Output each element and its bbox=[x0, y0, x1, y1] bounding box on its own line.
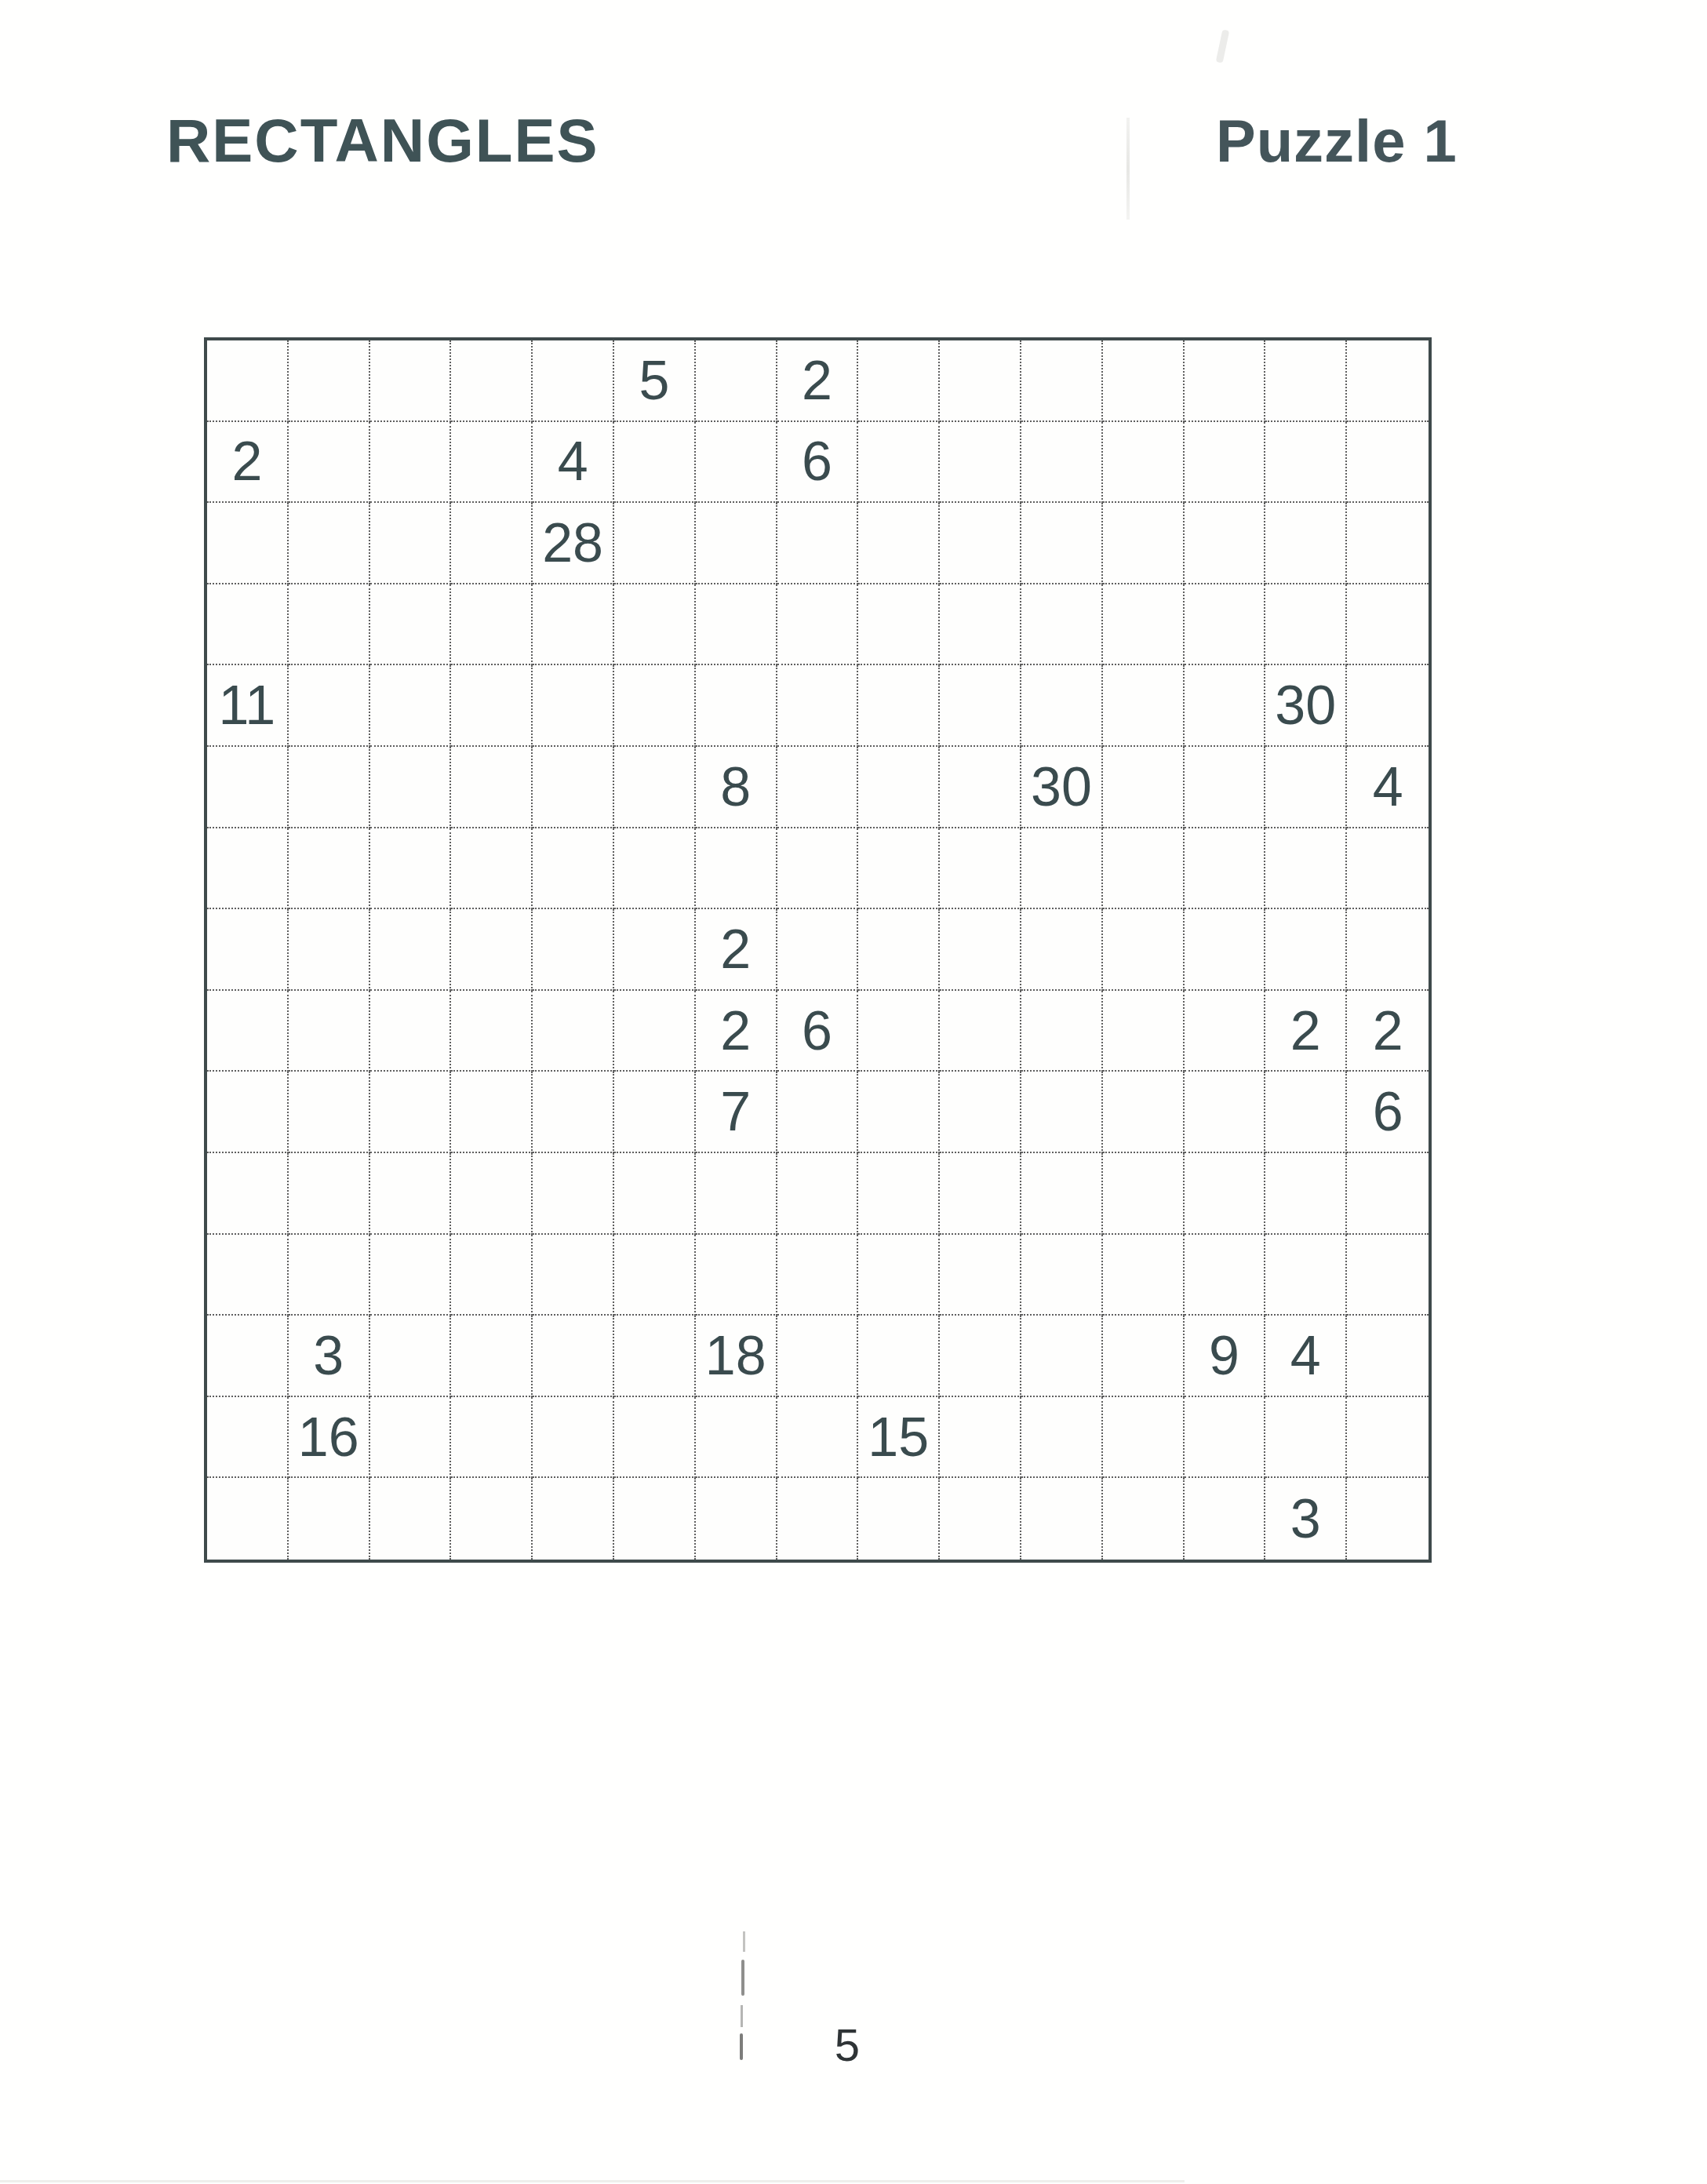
clue-number: 2 bbox=[720, 1003, 751, 1058]
cell-r11c15[interactable] bbox=[1347, 1153, 1429, 1235]
cell-r2c11[interactable] bbox=[1021, 422, 1103, 504]
cell-r14c9[interactable]: 15 bbox=[858, 1397, 940, 1479]
scan-artifact-dash bbox=[743, 1931, 745, 1952]
cell-r6c8[interactable] bbox=[777, 747, 859, 828]
cell-r4c8[interactable] bbox=[777, 584, 859, 666]
cell-r4c1[interactable] bbox=[207, 584, 289, 666]
cell-r13c2[interactable]: 3 bbox=[289, 1316, 370, 1397]
scan-artifact-dash bbox=[741, 1960, 744, 1996]
cell-r5c9[interactable] bbox=[858, 665, 940, 747]
cell-r15c12[interactable] bbox=[1103, 1478, 1185, 1560]
cell-r3c15[interactable] bbox=[1347, 503, 1429, 584]
cell-r1c5[interactable] bbox=[533, 340, 614, 422]
cell-r10c8[interactable] bbox=[777, 1072, 859, 1153]
cell-r7c1[interactable] bbox=[207, 828, 289, 910]
cell-r4c15[interactable] bbox=[1347, 584, 1429, 666]
clue-number: 2 bbox=[720, 922, 751, 977]
cell-r10c14[interactable] bbox=[1265, 1072, 1347, 1153]
cell-r9c9[interactable] bbox=[858, 991, 940, 1072]
cell-r15c3[interactable] bbox=[370, 1478, 452, 1560]
cell-r14c11[interactable] bbox=[1021, 1397, 1103, 1479]
clue-number: 2 bbox=[1373, 1003, 1403, 1058]
clue-number: 3 bbox=[313, 1328, 344, 1383]
cell-r12c10[interactable] bbox=[940, 1235, 1021, 1316]
cell-r9c8[interactable]: 6 bbox=[777, 991, 859, 1072]
cell-r1c7[interactable] bbox=[696, 340, 777, 422]
cell-r3c12[interactable] bbox=[1103, 503, 1185, 584]
cell-r3c5[interactable]: 28 bbox=[533, 503, 614, 584]
cell-r13c6[interactable] bbox=[614, 1316, 696, 1397]
cell-r3c6[interactable] bbox=[614, 503, 696, 584]
cell-r9c6[interactable] bbox=[614, 991, 696, 1072]
cell-r1c1[interactable] bbox=[207, 340, 289, 422]
clue-number: 3 bbox=[1290, 1491, 1321, 1546]
cell-r15c8[interactable] bbox=[777, 1478, 859, 1560]
clue-number: 9 bbox=[1209, 1328, 1239, 1383]
cell-r11c3[interactable] bbox=[370, 1153, 452, 1235]
cell-r4c5[interactable] bbox=[533, 584, 614, 666]
cell-r11c4[interactable] bbox=[451, 1153, 533, 1235]
cell-r14c14[interactable] bbox=[1265, 1397, 1347, 1479]
cell-r15c9[interactable] bbox=[858, 1478, 940, 1560]
cell-r9c2[interactable] bbox=[289, 991, 370, 1072]
cell-r13c7[interactable]: 18 bbox=[696, 1316, 777, 1397]
cell-r4c11[interactable] bbox=[1021, 584, 1103, 666]
cell-r3c3[interactable] bbox=[370, 503, 452, 584]
clue-number: 2 bbox=[802, 353, 832, 408]
cell-r13c15[interactable] bbox=[1347, 1316, 1429, 1397]
cell-r3c2[interactable] bbox=[289, 503, 370, 584]
cell-r11c7[interactable] bbox=[696, 1153, 777, 1235]
cell-r4c3[interactable] bbox=[370, 584, 452, 666]
cell-r15c2[interactable] bbox=[289, 1478, 370, 1560]
cell-r11c5[interactable] bbox=[533, 1153, 614, 1235]
cell-r3c14[interactable] bbox=[1265, 503, 1347, 584]
cell-r10c11[interactable] bbox=[1021, 1072, 1103, 1153]
cell-r7c8[interactable] bbox=[777, 828, 859, 910]
cell-r13c9[interactable] bbox=[858, 1316, 940, 1397]
cell-r13c12[interactable] bbox=[1103, 1316, 1185, 1397]
cell-r2c6[interactable] bbox=[614, 422, 696, 504]
clue-number: 30 bbox=[1031, 759, 1092, 814]
clue-number: 2 bbox=[231, 434, 262, 489]
cell-r13c14[interactable]: 4 bbox=[1265, 1316, 1347, 1397]
cell-r12c13[interactable] bbox=[1185, 1235, 1266, 1316]
clue-number: 4 bbox=[1373, 759, 1403, 814]
cell-r5c12[interactable] bbox=[1103, 665, 1185, 747]
cell-r10c12[interactable] bbox=[1103, 1072, 1185, 1153]
cell-r2c9[interactable] bbox=[858, 422, 940, 504]
clue-number: 6 bbox=[802, 434, 832, 489]
cell-r5c7[interactable] bbox=[696, 665, 777, 747]
cell-r6c3[interactable] bbox=[370, 747, 452, 828]
cell-r6c11[interactable]: 30 bbox=[1021, 747, 1103, 828]
cell-r14c15[interactable] bbox=[1347, 1397, 1429, 1479]
cell-r7c3[interactable] bbox=[370, 828, 452, 910]
cell-r10c13[interactable] bbox=[1185, 1072, 1266, 1153]
cell-r9c4[interactable] bbox=[451, 991, 533, 1072]
cell-r15c14[interactable]: 3 bbox=[1265, 1478, 1347, 1560]
cell-r7c14[interactable] bbox=[1265, 828, 1347, 910]
cell-r8c2[interactable] bbox=[289, 909, 370, 991]
cell-r6c14[interactable] bbox=[1265, 747, 1347, 828]
clue-number: 6 bbox=[1373, 1084, 1403, 1139]
cell-r15c15[interactable] bbox=[1347, 1478, 1429, 1560]
cell-r12c3[interactable] bbox=[370, 1235, 452, 1316]
cell-r8c11[interactable] bbox=[1021, 909, 1103, 991]
cell-r11c9[interactable] bbox=[858, 1153, 940, 1235]
page-title: RECTANGLES bbox=[166, 110, 599, 171]
cell-r12c11[interactable] bbox=[1021, 1235, 1103, 1316]
cell-r1c11[interactable] bbox=[1021, 340, 1103, 422]
scan-artifact-smudge bbox=[1216, 30, 1230, 64]
cell-r4c12[interactable] bbox=[1103, 584, 1185, 666]
cell-r12c15[interactable] bbox=[1347, 1235, 1429, 1316]
scan-artifact-fold-line bbox=[1126, 118, 1130, 220]
cell-r6c1[interactable] bbox=[207, 747, 289, 828]
page-number: 5 bbox=[0, 2022, 1694, 2068]
cell-r2c8[interactable]: 6 bbox=[777, 422, 859, 504]
scan-artifact-page-edge bbox=[0, 2180, 1185, 2182]
cell-r10c2[interactable] bbox=[289, 1072, 370, 1153]
cell-r4c6[interactable] bbox=[614, 584, 696, 666]
cell-r15c5[interactable] bbox=[533, 1478, 614, 1560]
cell-r12c6[interactable] bbox=[614, 1235, 696, 1316]
cell-r1c13[interactable] bbox=[1185, 340, 1266, 422]
cell-r1c3[interactable] bbox=[370, 340, 452, 422]
cell-r5c14[interactable]: 30 bbox=[1265, 665, 1347, 747]
cell-r5c1[interactable]: 11 bbox=[207, 665, 289, 747]
cell-r6c2[interactable] bbox=[289, 747, 370, 828]
cell-r10c7[interactable]: 7 bbox=[696, 1072, 777, 1153]
cell-r11c1[interactable] bbox=[207, 1153, 289, 1235]
cell-r8c13[interactable] bbox=[1185, 909, 1266, 991]
cell-r2c4[interactable] bbox=[451, 422, 533, 504]
cell-r6c12[interactable] bbox=[1103, 747, 1185, 828]
cell-r4c10[interactable] bbox=[940, 584, 1021, 666]
cell-r5c8[interactable] bbox=[777, 665, 859, 747]
cell-r7c4[interactable] bbox=[451, 828, 533, 910]
cell-r9c12[interactable] bbox=[1103, 991, 1185, 1072]
cell-r6c13[interactable] bbox=[1185, 747, 1266, 828]
cell-r12c12[interactable] bbox=[1103, 1235, 1185, 1316]
cell-r15c7[interactable] bbox=[696, 1478, 777, 1560]
cell-r8c15[interactable] bbox=[1347, 909, 1429, 991]
cell-r14c6[interactable] bbox=[614, 1397, 696, 1479]
cell-r13c1[interactable] bbox=[207, 1316, 289, 1397]
cell-r2c15[interactable] bbox=[1347, 422, 1429, 504]
cell-r9c3[interactable] bbox=[370, 991, 452, 1072]
cell-r10c3[interactable] bbox=[370, 1072, 452, 1153]
cell-r12c14[interactable] bbox=[1265, 1235, 1347, 1316]
cell-r10c4[interactable] bbox=[451, 1072, 533, 1153]
cell-r8c5[interactable] bbox=[533, 909, 614, 991]
cell-r7c7[interactable] bbox=[696, 828, 777, 910]
clue-number: 30 bbox=[1275, 678, 1336, 733]
cell-r11c2[interactable] bbox=[289, 1153, 370, 1235]
cell-r2c2[interactable] bbox=[289, 422, 370, 504]
cell-r14c7[interactable] bbox=[696, 1397, 777, 1479]
cell-r2c14[interactable] bbox=[1265, 422, 1347, 504]
cell-r8c9[interactable] bbox=[858, 909, 940, 991]
cell-r12c7[interactable] bbox=[696, 1235, 777, 1316]
cell-r1c10[interactable] bbox=[940, 340, 1021, 422]
cell-r3c13[interactable] bbox=[1185, 503, 1266, 584]
cell-r12c1[interactable] bbox=[207, 1235, 289, 1316]
cell-r3c11[interactable] bbox=[1021, 503, 1103, 584]
cell-r2c12[interactable] bbox=[1103, 422, 1185, 504]
clue-number: 16 bbox=[298, 1410, 359, 1465]
cell-r8c10[interactable] bbox=[940, 909, 1021, 991]
cell-r3c9[interactable] bbox=[858, 503, 940, 584]
cell-r3c8[interactable] bbox=[777, 503, 859, 584]
cell-r11c14[interactable] bbox=[1265, 1153, 1347, 1235]
cell-r15c10[interactable] bbox=[940, 1478, 1021, 1560]
cell-r10c10[interactable] bbox=[940, 1072, 1021, 1153]
cell-r5c15[interactable] bbox=[1347, 665, 1429, 747]
cell-r9c10[interactable] bbox=[940, 991, 1021, 1072]
cell-r10c1[interactable] bbox=[207, 1072, 289, 1153]
cell-r3c10[interactable] bbox=[940, 503, 1021, 584]
clue-number: 7 bbox=[720, 1084, 751, 1139]
cell-r2c7[interactable] bbox=[696, 422, 777, 504]
cell-r10c6[interactable] bbox=[614, 1072, 696, 1153]
cell-r1c2[interactable] bbox=[289, 340, 370, 422]
scanned-puzzle-page: RECTANGLES Puzzle 1 52246281130830422622… bbox=[0, 0, 1707, 2184]
cell-r15c11[interactable] bbox=[1021, 1478, 1103, 1560]
cell-r9c5[interactable] bbox=[533, 991, 614, 1072]
cell-r14c3[interactable] bbox=[370, 1397, 452, 1479]
clue-number: 11 bbox=[219, 678, 276, 733]
cell-r8c14[interactable] bbox=[1265, 909, 1347, 991]
cell-r1c15[interactable] bbox=[1347, 340, 1429, 422]
cell-r13c13[interactable]: 9 bbox=[1185, 1316, 1266, 1397]
clue-number: 28 bbox=[542, 515, 603, 570]
cell-r5c13[interactable] bbox=[1185, 665, 1266, 747]
cell-r11c10[interactable] bbox=[940, 1153, 1021, 1235]
cell-r14c10[interactable] bbox=[940, 1397, 1021, 1479]
cell-r13c3[interactable] bbox=[370, 1316, 452, 1397]
cell-r13c8[interactable] bbox=[777, 1316, 859, 1397]
cell-r11c13[interactable] bbox=[1185, 1153, 1266, 1235]
cell-r9c14[interactable]: 2 bbox=[1265, 991, 1347, 1072]
cell-r13c10[interactable] bbox=[940, 1316, 1021, 1397]
cell-r5c5[interactable] bbox=[533, 665, 614, 747]
cell-r15c4[interactable] bbox=[451, 1478, 533, 1560]
cell-r8c1[interactable] bbox=[207, 909, 289, 991]
cell-r5c4[interactable] bbox=[451, 665, 533, 747]
cell-r5c6[interactable] bbox=[614, 665, 696, 747]
cell-r8c6[interactable] bbox=[614, 909, 696, 991]
cell-r9c1[interactable] bbox=[207, 991, 289, 1072]
cell-r14c13[interactable] bbox=[1185, 1397, 1266, 1479]
cell-r9c7[interactable]: 2 bbox=[696, 991, 777, 1072]
cell-r2c3[interactable] bbox=[370, 422, 452, 504]
cell-r12c9[interactable] bbox=[858, 1235, 940, 1316]
cell-r3c7[interactable] bbox=[696, 503, 777, 584]
cell-r5c11[interactable] bbox=[1021, 665, 1103, 747]
cell-r14c12[interactable] bbox=[1103, 1397, 1185, 1479]
cell-r4c7[interactable] bbox=[696, 584, 777, 666]
cell-r15c6[interactable] bbox=[614, 1478, 696, 1560]
clue-number: 8 bbox=[720, 759, 751, 814]
cell-r1c4[interactable] bbox=[451, 340, 533, 422]
cell-r12c2[interactable] bbox=[289, 1235, 370, 1316]
clue-number: 2 bbox=[1290, 1003, 1321, 1058]
cell-r4c4[interactable] bbox=[451, 584, 533, 666]
cell-r9c15[interactable]: 2 bbox=[1347, 991, 1429, 1072]
cell-r6c7[interactable]: 8 bbox=[696, 747, 777, 828]
clue-number: 15 bbox=[868, 1410, 929, 1465]
cell-r7c12[interactable] bbox=[1103, 828, 1185, 910]
cell-r14c8[interactable] bbox=[777, 1397, 859, 1479]
cell-r8c4[interactable] bbox=[451, 909, 533, 991]
cell-r10c5[interactable] bbox=[533, 1072, 614, 1153]
cell-r14c2[interactable]: 16 bbox=[289, 1397, 370, 1479]
cell-r2c1[interactable]: 2 bbox=[207, 422, 289, 504]
cell-r4c2[interactable] bbox=[289, 584, 370, 666]
cell-r7c9[interactable] bbox=[858, 828, 940, 910]
cell-r8c8[interactable] bbox=[777, 909, 859, 991]
cell-r13c4[interactable] bbox=[451, 1316, 533, 1397]
cell-r6c5[interactable] bbox=[533, 747, 614, 828]
cell-r15c1[interactable] bbox=[207, 1478, 289, 1560]
cell-r4c14[interactable] bbox=[1265, 584, 1347, 666]
puzzle-number-label: Puzzle 1 bbox=[1216, 111, 1458, 171]
cell-r7c11[interactable] bbox=[1021, 828, 1103, 910]
cell-r5c2[interactable] bbox=[289, 665, 370, 747]
cell-r7c15[interactable] bbox=[1347, 828, 1429, 910]
cell-r6c4[interactable] bbox=[451, 747, 533, 828]
cell-r9c11[interactable] bbox=[1021, 991, 1103, 1072]
cell-r14c4[interactable] bbox=[451, 1397, 533, 1479]
clue-number: 4 bbox=[558, 434, 588, 489]
cell-r12c8[interactable] bbox=[777, 1235, 859, 1316]
cell-r3c1[interactable] bbox=[207, 503, 289, 584]
clue-number: 6 bbox=[802, 1003, 832, 1058]
cell-r1c14[interactable] bbox=[1265, 340, 1347, 422]
cell-r6c6[interactable] bbox=[614, 747, 696, 828]
cell-r13c5[interactable] bbox=[533, 1316, 614, 1397]
cell-r8c12[interactable] bbox=[1103, 909, 1185, 991]
cell-r14c5[interactable] bbox=[533, 1397, 614, 1479]
cell-r1c8[interactable]: 2 bbox=[777, 340, 859, 422]
cell-r1c9[interactable] bbox=[858, 340, 940, 422]
cell-r8c7[interactable]: 2 bbox=[696, 909, 777, 991]
cell-r2c10[interactable] bbox=[940, 422, 1021, 504]
cell-r7c2[interactable] bbox=[289, 828, 370, 910]
cell-r5c3[interactable] bbox=[370, 665, 452, 747]
cell-r11c6[interactable] bbox=[614, 1153, 696, 1235]
cell-r5c10[interactable] bbox=[940, 665, 1021, 747]
cell-r8c3[interactable] bbox=[370, 909, 452, 991]
cell-r6c15[interactable]: 4 bbox=[1347, 747, 1429, 828]
clue-number: 4 bbox=[1290, 1328, 1321, 1383]
cell-r6c10[interactable] bbox=[940, 747, 1021, 828]
cell-r7c6[interactable] bbox=[614, 828, 696, 910]
cell-r2c13[interactable] bbox=[1185, 422, 1266, 504]
cell-r11c12[interactable] bbox=[1103, 1153, 1185, 1235]
cell-r1c12[interactable] bbox=[1103, 340, 1185, 422]
clue-number: 18 bbox=[705, 1328, 766, 1383]
cell-r12c5[interactable] bbox=[533, 1235, 614, 1316]
cell-r10c15[interactable]: 6 bbox=[1347, 1072, 1429, 1153]
cell-r2c5[interactable]: 4 bbox=[533, 422, 614, 504]
cell-r4c13[interactable] bbox=[1185, 584, 1266, 666]
cell-r11c11[interactable] bbox=[1021, 1153, 1103, 1235]
cell-r11c8[interactable] bbox=[777, 1153, 859, 1235]
puzzle-grid: 52246281130830422622763189416153 bbox=[204, 337, 1432, 1563]
cell-r14c1[interactable] bbox=[207, 1397, 289, 1479]
cell-r1c6[interactable]: 5 bbox=[614, 340, 696, 422]
cell-r7c10[interactable] bbox=[940, 828, 1021, 910]
cell-r7c13[interactable] bbox=[1185, 828, 1266, 910]
cell-r6c9[interactable] bbox=[858, 747, 940, 828]
cell-r9c13[interactable] bbox=[1185, 991, 1266, 1072]
clue-number: 5 bbox=[639, 353, 669, 408]
cell-r7c5[interactable] bbox=[533, 828, 614, 910]
cell-r3c4[interactable] bbox=[451, 503, 533, 584]
cell-r12c4[interactable] bbox=[451, 1235, 533, 1316]
cell-r15c13[interactable] bbox=[1185, 1478, 1266, 1560]
cell-r4c9[interactable] bbox=[858, 584, 940, 666]
cell-r10c9[interactable] bbox=[858, 1072, 940, 1153]
cell-r13c11[interactable] bbox=[1021, 1316, 1103, 1397]
